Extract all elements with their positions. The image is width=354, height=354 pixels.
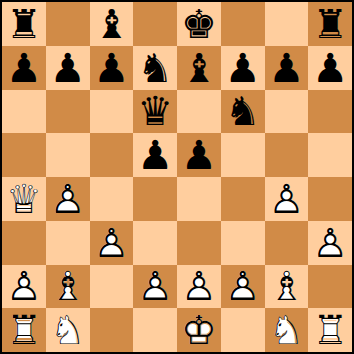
square-a5[interactable] [2, 133, 46, 177]
piece-outline: ♙ [93, 221, 129, 265]
white-king-icon[interactable]: ♚♔ [181, 310, 217, 350]
white-bishop-icon[interactable]: ♝♗ [50, 266, 86, 306]
square-g5[interactable] [265, 133, 309, 177]
square-e7[interactable]: ♝ [177, 46, 221, 90]
black-bishop-icon[interactable]: ♝ [181, 48, 217, 88]
white-pawn-icon[interactable]: ♟♙ [50, 179, 86, 219]
square-f7[interactable]: ♟ [221, 46, 265, 90]
square-e3[interactable] [177, 221, 221, 265]
square-h7[interactable]: ♟ [308, 46, 352, 90]
square-h6[interactable] [308, 90, 352, 134]
square-f4[interactable] [221, 177, 265, 221]
square-c1[interactable] [90, 308, 134, 352]
white-pawn-icon[interactable]: ♟♙ [6, 266, 42, 306]
square-g2[interactable]: ♝♗ [265, 265, 309, 309]
piece-outline: ♙ [50, 177, 86, 221]
square-f5[interactable] [221, 133, 265, 177]
black-queen-icon[interactable]: ♛ [137, 91, 173, 131]
square-h3[interactable]: ♟♙ [308, 221, 352, 265]
square-f6[interactable]: ♞ [221, 90, 265, 134]
black-pawn-icon[interactable]: ♟ [6, 48, 42, 88]
white-pawn-icon[interactable]: ♟♙ [268, 179, 304, 219]
white-pawn-icon[interactable]: ♟♙ [137, 266, 173, 306]
piece-outline: ♖ [312, 308, 348, 352]
white-pawn-icon[interactable]: ♟♙ [181, 266, 217, 306]
white-knight-icon[interactable]: ♞♘ [268, 310, 304, 350]
black-pawn-icon[interactable]: ♟ [137, 135, 173, 175]
square-d7[interactable]: ♞ [133, 46, 177, 90]
square-b1[interactable]: ♞♘ [46, 308, 90, 352]
piece-outline: ♘ [268, 308, 304, 352]
square-c2[interactable] [90, 265, 134, 309]
piece-outline: ♖ [6, 308, 42, 352]
white-pawn-icon[interactable]: ♟♙ [93, 223, 129, 263]
square-e5[interactable]: ♟ [177, 133, 221, 177]
black-pawn-icon[interactable]: ♟ [181, 135, 217, 175]
square-g6[interactable] [265, 90, 309, 134]
square-c3[interactable]: ♟♙ [90, 221, 134, 265]
black-king-icon[interactable]: ♚ [181, 4, 217, 44]
black-pawn-icon[interactable]: ♟ [225, 48, 261, 88]
square-h2[interactable] [308, 265, 352, 309]
square-c4[interactable] [90, 177, 134, 221]
square-b7[interactable]: ♟ [46, 46, 90, 90]
piece-outline: ♘ [50, 308, 86, 352]
square-g7[interactable]: ♟ [265, 46, 309, 90]
square-d3[interactable] [133, 221, 177, 265]
piece-outline: ♔ [181, 308, 217, 352]
square-a3[interactable] [2, 221, 46, 265]
square-g4[interactable]: ♟♙ [265, 177, 309, 221]
square-d5[interactable]: ♟ [133, 133, 177, 177]
black-rook-icon[interactable]: ♜ [6, 4, 42, 44]
square-d1[interactable] [133, 308, 177, 352]
piece-outline: ♗ [268, 265, 304, 309]
square-b6[interactable] [46, 90, 90, 134]
square-c7[interactable]: ♟ [90, 46, 134, 90]
square-c6[interactable] [90, 90, 134, 134]
square-d4[interactable] [133, 177, 177, 221]
white-pawn-icon[interactable]: ♟♙ [225, 266, 261, 306]
white-knight-icon[interactable]: ♞♘ [50, 310, 86, 350]
square-c5[interactable] [90, 133, 134, 177]
square-b8[interactable] [46, 2, 90, 46]
piece-outline: ♕ [6, 177, 42, 221]
white-rook-icon[interactable]: ♜♖ [312, 310, 348, 350]
black-rook-icon[interactable]: ♜ [312, 4, 348, 44]
piece-outline: ♙ [181, 265, 217, 309]
chess-board: ♜♝♚♜♟♟♟♞♝♟♟♟♛♞♟♟♛♕♟♙♟♙♟♙♟♙♟♙♝♗♟♙♟♙♟♙♝♗♜♖… [0, 0, 354, 354]
square-g1[interactable]: ♞♘ [265, 308, 309, 352]
white-pawn-icon[interactable]: ♟♙ [312, 223, 348, 263]
piece-outline: ♗ [50, 265, 86, 309]
square-a2[interactable]: ♟♙ [2, 265, 46, 309]
black-knight-icon[interactable]: ♞ [225, 91, 261, 131]
black-pawn-icon[interactable]: ♟ [312, 48, 348, 88]
square-a1[interactable]: ♜♖ [2, 308, 46, 352]
white-queen-icon[interactable]: ♛♕ [6, 179, 42, 219]
square-h4[interactable] [308, 177, 352, 221]
square-f2[interactable]: ♟♙ [221, 265, 265, 309]
piece-outline: ♙ [312, 221, 348, 265]
piece-outline: ♙ [225, 265, 261, 309]
square-c8[interactable]: ♝ [90, 2, 134, 46]
square-d8[interactable] [133, 2, 177, 46]
piece-outline: ♙ [137, 265, 173, 309]
piece-outline: ♙ [268, 177, 304, 221]
square-f1[interactable] [221, 308, 265, 352]
square-d6[interactable]: ♛ [133, 90, 177, 134]
piece-outline: ♙ [6, 265, 42, 309]
square-e2[interactable]: ♟♙ [177, 265, 221, 309]
black-bishop-icon[interactable]: ♝ [93, 4, 129, 44]
square-g3[interactable] [265, 221, 309, 265]
square-h1[interactable]: ♜♖ [308, 308, 352, 352]
square-d2[interactable]: ♟♙ [133, 265, 177, 309]
square-a8[interactable]: ♜ [2, 2, 46, 46]
black-pawn-icon[interactable]: ♟ [93, 48, 129, 88]
square-b3[interactable] [46, 221, 90, 265]
square-g8[interactable] [265, 2, 309, 46]
square-e6[interactable] [177, 90, 221, 134]
square-h5[interactable] [308, 133, 352, 177]
square-b5[interactable] [46, 133, 90, 177]
black-pawn-icon[interactable]: ♟ [268, 48, 304, 88]
square-h8[interactable]: ♜ [308, 2, 352, 46]
square-a7[interactable]: ♟ [2, 46, 46, 90]
square-e8[interactable]: ♚ [177, 2, 221, 46]
square-e4[interactable] [177, 177, 221, 221]
white-rook-icon[interactable]: ♜♖ [6, 310, 42, 350]
square-f8[interactable] [221, 2, 265, 46]
black-pawn-icon[interactable]: ♟ [50, 48, 86, 88]
square-f3[interactable] [221, 221, 265, 265]
square-e1[interactable]: ♚♔ [177, 308, 221, 352]
white-bishop-icon[interactable]: ♝♗ [268, 266, 304, 306]
square-a4[interactable]: ♛♕ [2, 177, 46, 221]
black-knight-icon[interactable]: ♞ [137, 48, 173, 88]
square-b2[interactable]: ♝♗ [46, 265, 90, 309]
square-b4[interactable]: ♟♙ [46, 177, 90, 221]
square-a6[interactable] [2, 90, 46, 134]
